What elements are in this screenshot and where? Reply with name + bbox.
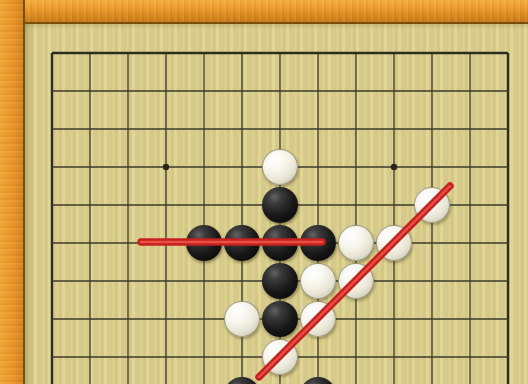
board-frame-top <box>0 0 528 24</box>
game-screen <box>0 0 528 384</box>
board-frame-left <box>0 0 25 384</box>
goban-board[interactable] <box>0 0 528 384</box>
